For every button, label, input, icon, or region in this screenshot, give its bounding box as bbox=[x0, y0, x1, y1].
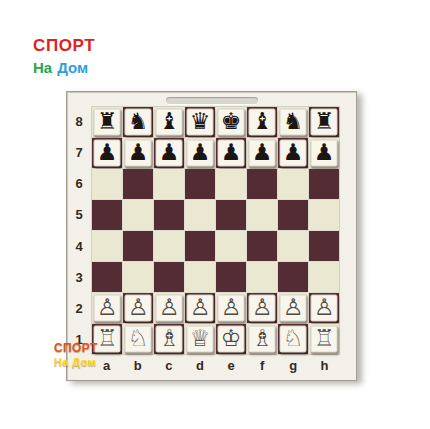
square-c4[interactable] bbox=[154, 231, 184, 261]
piece-white-pawn[interactable]: ♙ bbox=[125, 295, 152, 322]
square-b6[interactable] bbox=[123, 169, 153, 199]
file-label-h: h bbox=[309, 356, 340, 378]
square-a5[interactable] bbox=[92, 200, 122, 230]
board-grid: ♜♞♝♛♚♝♞♜♟♟♟♟♟♟♟♟♙♙♙♙♙♙♙♙♖♘♗♕♔♗♘♖ bbox=[91, 106, 340, 355]
rank-label-6: 6 bbox=[67, 168, 91, 199]
square-f6[interactable] bbox=[247, 169, 277, 199]
file-label-c: c bbox=[153, 356, 184, 378]
square-b5[interactable] bbox=[123, 200, 153, 230]
file-label-g: g bbox=[278, 356, 309, 378]
rank-label-7: 7 bbox=[67, 137, 91, 168]
square-f1[interactable]: ♗ bbox=[247, 324, 277, 354]
square-h7[interactable]: ♟ bbox=[309, 138, 339, 168]
chess-board: 87654321 ♜♞♝♛♚♝♞♜♟♟♟♟♟♟♟♟♙♙♙♙♙♙♙♙♖♘♗♕♔♗♘… bbox=[66, 91, 357, 381]
square-d4[interactable] bbox=[185, 231, 215, 261]
file-label-f: f bbox=[247, 356, 278, 378]
square-b8[interactable]: ♞ bbox=[123, 107, 153, 137]
file-label-e: e bbox=[216, 356, 247, 378]
white-pawn-glyph: ♙ bbox=[221, 296, 242, 319]
piece-black-knight[interactable]: ♞ bbox=[280, 109, 307, 136]
square-h8[interactable]: ♜ bbox=[309, 107, 339, 137]
piece-white-pawn[interactable]: ♙ bbox=[156, 295, 183, 322]
white-pawn-glyph: ♙ bbox=[190, 296, 211, 319]
square-d6[interactable] bbox=[185, 169, 215, 199]
square-d1[interactable]: ♕ bbox=[185, 324, 215, 354]
rank-label-5: 5 bbox=[67, 199, 91, 230]
square-g7[interactable]: ♟ bbox=[278, 138, 308, 168]
piece-white-pawn[interactable]: ♙ bbox=[94, 295, 121, 322]
square-e1[interactable]: ♔ bbox=[216, 324, 246, 354]
black-rook-glyph: ♜ bbox=[314, 110, 335, 133]
piece-white-bishop[interactable]: ♗ bbox=[249, 326, 276, 353]
square-f2[interactable]: ♙ bbox=[247, 293, 277, 323]
black-king-glyph: ♚ bbox=[221, 110, 242, 133]
square-a6[interactable] bbox=[92, 169, 122, 199]
black-pawn-glyph: ♟ bbox=[252, 141, 273, 164]
white-pawn-glyph: ♙ bbox=[283, 296, 304, 319]
rank-label-4: 4 bbox=[67, 231, 91, 262]
white-bishop-glyph: ♗ bbox=[252, 327, 273, 350]
white-bishop-glyph: ♗ bbox=[159, 327, 180, 350]
square-b2[interactable]: ♙ bbox=[123, 293, 153, 323]
piece-white-rook[interactable]: ♖ bbox=[311, 326, 338, 353]
piece-black-pawn[interactable]: ♟ bbox=[311, 140, 338, 167]
square-b7[interactable]: ♟ bbox=[123, 138, 153, 168]
square-a3[interactable] bbox=[92, 262, 122, 292]
black-knight-glyph: ♞ bbox=[283, 110, 304, 133]
square-d2[interactable]: ♙ bbox=[185, 293, 215, 323]
white-king-glyph: ♔ bbox=[221, 327, 242, 350]
square-e2[interactable]: ♙ bbox=[216, 293, 246, 323]
square-g3[interactable] bbox=[278, 262, 308, 292]
square-f5[interactable] bbox=[247, 200, 277, 230]
black-bishop-glyph: ♝ bbox=[159, 110, 180, 133]
square-e8[interactable]: ♚ bbox=[216, 107, 246, 137]
black-pawn-glyph: ♟ bbox=[128, 141, 149, 164]
piece-black-pawn[interactable]: ♟ bbox=[156, 140, 183, 167]
rank-label-3: 3 bbox=[67, 262, 91, 293]
square-g8[interactable]: ♞ bbox=[278, 107, 308, 137]
square-e3[interactable] bbox=[216, 262, 246, 292]
piece-white-bishop[interactable]: ♗ bbox=[156, 326, 183, 353]
square-h6[interactable] bbox=[309, 169, 339, 199]
black-pawn-glyph: ♟ bbox=[221, 141, 242, 164]
brand-logo: СПОРТ НаДом bbox=[33, 36, 95, 76]
handle-slot bbox=[166, 97, 258, 104]
black-pawn-glyph: ♟ bbox=[97, 141, 118, 164]
watermark: СПОРТ На Дом bbox=[54, 341, 98, 370]
square-c3[interactable] bbox=[154, 262, 184, 292]
square-g6[interactable] bbox=[278, 169, 308, 199]
piece-black-pawn[interactable]: ♟ bbox=[249, 140, 276, 167]
piece-black-pawn[interactable]: ♟ bbox=[280, 140, 307, 167]
brand-subtitle: НаДом bbox=[33, 59, 95, 76]
white-pawn-glyph: ♙ bbox=[97, 296, 118, 319]
brand-subtitle-word2: Дом bbox=[57, 59, 88, 76]
piece-white-knight[interactable]: ♘ bbox=[125, 326, 152, 353]
square-h1[interactable]: ♖ bbox=[309, 324, 339, 354]
piece-black-pawn[interactable]: ♟ bbox=[125, 140, 152, 167]
square-d5[interactable] bbox=[185, 200, 215, 230]
black-pawn-glyph: ♟ bbox=[190, 141, 211, 164]
square-c5[interactable] bbox=[154, 200, 184, 230]
file-label-b: b bbox=[122, 356, 153, 378]
square-a2[interactable]: ♙ bbox=[92, 293, 122, 323]
square-b4[interactable] bbox=[123, 231, 153, 261]
white-knight-glyph: ♘ bbox=[283, 327, 304, 350]
file-label-d: d bbox=[184, 356, 215, 378]
white-queen-glyph: ♕ bbox=[190, 327, 211, 350]
white-rook-glyph: ♖ bbox=[314, 327, 335, 350]
black-pawn-glyph: ♟ bbox=[314, 141, 335, 164]
square-d3[interactable] bbox=[185, 262, 215, 292]
square-h4[interactable] bbox=[309, 231, 339, 261]
piece-white-pawn[interactable]: ♙ bbox=[218, 295, 245, 322]
piece-black-bishop[interactable]: ♝ bbox=[156, 109, 183, 136]
piece-black-king[interactable]: ♚ bbox=[218, 109, 245, 136]
piece-black-knight[interactable]: ♞ bbox=[125, 109, 152, 136]
square-f4[interactable] bbox=[247, 231, 277, 261]
square-e4[interactable] bbox=[216, 231, 246, 261]
square-d7[interactable]: ♟ bbox=[185, 138, 215, 168]
watermark-line2: На Дом bbox=[54, 356, 98, 370]
rank-label-2: 2 bbox=[67, 293, 91, 324]
brand-title: СПОРТ bbox=[33, 36, 95, 56]
piece-black-pawn[interactable]: ♟ bbox=[187, 140, 214, 167]
square-e6[interactable] bbox=[216, 169, 246, 199]
square-c6[interactable] bbox=[154, 169, 184, 199]
square-c7[interactable]: ♟ bbox=[154, 138, 184, 168]
square-g5[interactable] bbox=[278, 200, 308, 230]
square-c2[interactable]: ♙ bbox=[154, 293, 184, 323]
square-f7[interactable]: ♟ bbox=[247, 138, 277, 168]
piece-black-rook[interactable]: ♜ bbox=[94, 109, 121, 136]
white-knight-glyph: ♘ bbox=[128, 327, 149, 350]
piece-white-queen[interactable]: ♕ bbox=[187, 326, 214, 353]
white-pawn-glyph: ♙ bbox=[128, 296, 149, 319]
square-a8[interactable]: ♜ bbox=[92, 107, 122, 137]
square-a7[interactable]: ♟ bbox=[92, 138, 122, 168]
square-e7[interactable]: ♟ bbox=[216, 138, 246, 168]
square-b1[interactable]: ♘ bbox=[123, 324, 153, 354]
square-h5[interactable] bbox=[309, 200, 339, 230]
square-a4[interactable] bbox=[92, 231, 122, 261]
square-g4[interactable] bbox=[278, 231, 308, 261]
piece-black-queen[interactable]: ♛ bbox=[187, 109, 214, 136]
square-c8[interactable]: ♝ bbox=[154, 107, 184, 137]
black-queen-glyph: ♛ bbox=[190, 110, 211, 133]
square-f8[interactable]: ♝ bbox=[247, 107, 277, 137]
piece-black-pawn[interactable]: ♟ bbox=[218, 140, 245, 167]
piece-white-pawn[interactable]: ♙ bbox=[311, 295, 338, 322]
rank-label-8: 8 bbox=[67, 106, 91, 137]
black-knight-glyph: ♞ bbox=[128, 110, 149, 133]
piece-black-pawn[interactable]: ♟ bbox=[94, 140, 121, 167]
piece-black-rook[interactable]: ♜ bbox=[311, 109, 338, 136]
piece-white-pawn[interactable]: ♙ bbox=[280, 295, 307, 322]
black-pawn-glyph: ♟ bbox=[159, 141, 180, 164]
square-h3[interactable] bbox=[309, 262, 339, 292]
piece-white-knight[interactable]: ♘ bbox=[280, 326, 307, 353]
square-h2[interactable]: ♙ bbox=[309, 293, 339, 323]
watermark-line1: СПОРТ bbox=[54, 341, 98, 356]
square-d8[interactable]: ♛ bbox=[185, 107, 215, 137]
white-rook-glyph: ♖ bbox=[97, 327, 118, 350]
square-c1[interactable]: ♗ bbox=[154, 324, 184, 354]
piece-white-pawn[interactable]: ♙ bbox=[187, 295, 214, 322]
black-rook-glyph: ♜ bbox=[97, 110, 118, 133]
white-pawn-glyph: ♙ bbox=[252, 296, 273, 319]
piece-black-bishop[interactable]: ♝ bbox=[249, 109, 276, 136]
white-pawn-glyph: ♙ bbox=[314, 296, 335, 319]
rank-labels: 87654321 bbox=[67, 106, 91, 355]
file-labels: abcdefgh bbox=[91, 356, 340, 378]
square-f3[interactable] bbox=[247, 262, 277, 292]
piece-white-king[interactable]: ♔ bbox=[218, 326, 245, 353]
black-bishop-glyph: ♝ bbox=[252, 110, 273, 133]
square-e5[interactable] bbox=[216, 200, 246, 230]
brand-subtitle-word1: На bbox=[33, 59, 52, 76]
square-b3[interactable] bbox=[123, 262, 153, 292]
white-pawn-glyph: ♙ bbox=[159, 296, 180, 319]
square-g1[interactable]: ♘ bbox=[278, 324, 308, 354]
black-pawn-glyph: ♟ bbox=[283, 141, 304, 164]
square-g2[interactable]: ♙ bbox=[278, 293, 308, 323]
piece-white-pawn[interactable]: ♙ bbox=[249, 295, 276, 322]
